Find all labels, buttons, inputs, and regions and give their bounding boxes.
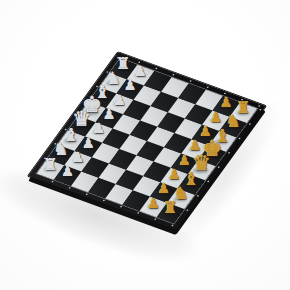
frame-rivet-dot: [102, 200, 105, 202]
frame-rivet-dot: [217, 166, 220, 168]
frame-rivet-dot: [189, 80, 192, 82]
chess-piece-gold-pawn[interactable]: ♟: [178, 153, 192, 167]
chess-piece-silver-pawn[interactable]: ♟: [102, 107, 116, 121]
chess-piece-gold-pawn[interactable]: ♟: [219, 95, 233, 109]
frame-rivet-dot: [259, 109, 262, 111]
chess-piece-gold-pawn[interactable]: ♟: [209, 110, 223, 124]
chess-piece-silver-pawn[interactable]: ♟: [82, 136, 96, 150]
frame-rivet-dot: [258, 105, 261, 107]
chess-piece-gold-pawn[interactable]: ♟: [167, 167, 181, 181]
frame-rivet-dot: [85, 194, 88, 196]
frame-rivet-dot: [155, 68, 158, 70]
chess-piece-gold-pawn[interactable]: ♟: [157, 181, 171, 195]
frame-rivet-dot: [207, 180, 210, 182]
chess-piece-silver-pawn[interactable]: ♟: [134, 64, 148, 78]
frame-rivet-dot: [172, 74, 175, 76]
frame-rivet-dot: [196, 195, 199, 197]
chess-piece-silver-pawn[interactable]: ♟: [61, 164, 75, 178]
frame-rivet-dot: [137, 212, 140, 214]
chess-piece-silver-rook[interactable]: ♜: [43, 157, 59, 173]
chess-piece-gold-rook[interactable]: ♜: [163, 200, 179, 216]
frame-rivet-dot: [120, 206, 123, 208]
chess-piece-gold-pawn[interactable]: ♟: [188, 138, 202, 152]
frame-rivet-dot: [186, 209, 189, 211]
product-photo-stage: ♜♟♞♟♝♟♟♚♜♟♟♛♞♟♟♝♝♟♟♞♚♟♟♜♛♟♟♝♟♞♟♜: [0, 0, 290, 290]
frame-rivet-dot: [51, 181, 54, 183]
chess-piece-silver-pawn[interactable]: ♟: [123, 78, 137, 92]
frame-rivet-dot: [206, 87, 209, 89]
frame-rivet-dot: [248, 123, 251, 125]
chess-piece-silver-pawn[interactable]: ♟: [92, 121, 106, 135]
chess-piece-silver-pawn[interactable]: ♟: [71, 150, 85, 164]
chess-piece-gold-pawn[interactable]: ♟: [146, 196, 160, 210]
frame-rivet-dot: [68, 187, 71, 189]
chess-piece-silver-pawn[interactable]: ♟: [113, 93, 127, 107]
frame-rivet-dot: [238, 137, 241, 139]
frame-rivet-dot: [171, 225, 174, 227]
frame-rivet-dot: [227, 152, 230, 154]
frame-rivet-dot: [154, 219, 157, 221]
